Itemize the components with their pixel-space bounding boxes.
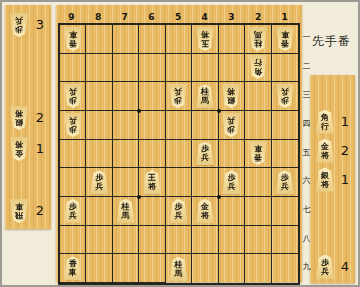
board-cell-1五[interactable] <box>272 140 298 169</box>
rank-label: 三 <box>302 80 311 109</box>
board-cell-1二[interactable] <box>272 54 298 83</box>
shogi-piece-gote[interactable]: 角行 <box>248 55 268 79</box>
board-cell-1九[interactable] <box>272 254 298 283</box>
shogi-piece-gote[interactable]: 金将 <box>9 137 29 161</box>
board-cell-3一[interactable] <box>219 25 245 54</box>
shogi-piece-sente[interactable]: 王将 <box>142 170 162 194</box>
shogi-piece-gote[interactable]: 香車 <box>275 27 295 51</box>
board-cell-8四[interactable] <box>86 111 112 140</box>
file-label: 1 <box>271 11 298 23</box>
sente-hand-slot[interactable]: 銀将1 <box>310 165 355 194</box>
gote-hand-slot <box>5 164 51 195</box>
board-cell-7四[interactable] <box>113 111 139 140</box>
board-cell-7九[interactable] <box>113 254 139 283</box>
file-label: 9 <box>58 11 85 23</box>
board-cell-9四[interactable]: 歩兵 <box>60 111 86 140</box>
piece-kanji: 行 <box>254 58 262 67</box>
board-cell-9三[interactable]: 歩兵 <box>60 82 86 111</box>
board-cell-4八[interactable] <box>192 226 218 255</box>
board-cell-2七[interactable] <box>245 197 271 226</box>
file-labels: 987654321 <box>58 11 298 23</box>
board-cell-3九[interactable] <box>219 254 245 283</box>
board-cell-2四[interactable] <box>245 111 271 140</box>
board-cell-2一[interactable]: 桂馬 <box>245 25 271 54</box>
board-grid: 香車玉将桂馬香車角行歩兵歩兵桂馬銀将歩兵歩兵歩兵歩兵香車歩兵王将歩兵歩兵歩兵桂馬… <box>58 23 300 285</box>
board-cell-6三[interactable] <box>139 82 165 111</box>
piece-kanji: 将 <box>15 140 23 149</box>
gote-hand-slot[interactable]: 金将1 <box>5 133 51 164</box>
file-label: 4 <box>191 11 218 23</box>
board-cell-2二[interactable]: 角行 <box>245 54 271 83</box>
rank-label: 九 <box>302 252 311 281</box>
shogi-piece-sente[interactable]: 銀将 <box>315 168 335 192</box>
board-cell-1六[interactable]: 歩兵 <box>272 168 298 197</box>
board-cell-9九[interactable]: 香車 <box>60 254 86 283</box>
piece-kanji: 歩 <box>281 96 289 105</box>
shogi-piece-sente[interactable]: 歩兵 <box>168 199 188 223</box>
board-cell-7三[interactable] <box>113 82 139 111</box>
piece-kanji: 馬 <box>122 211 130 220</box>
board-cell-4六[interactable] <box>192 168 218 197</box>
file-label: 8 <box>85 11 112 23</box>
board-cell-1一[interactable]: 香車 <box>272 25 298 54</box>
shogi-piece-sente[interactable]: 歩兵 <box>315 255 335 279</box>
piece-kanji: 兵 <box>227 116 235 125</box>
board-cell-8二[interactable] <box>86 54 112 83</box>
board-cell-5四[interactable] <box>166 111 192 140</box>
piece-kanji: 銀 <box>227 96 235 105</box>
shogi-piece-gote[interactable]: 歩兵 <box>221 113 241 137</box>
piece-kanji: 車 <box>15 202 23 211</box>
piece-kanji: 兵 <box>174 211 182 220</box>
board-cell-8九[interactable] <box>86 254 112 283</box>
board-cell-5九[interactable]: 桂馬 <box>166 254 192 283</box>
board-cell-9七[interactable]: 歩兵 <box>60 197 86 226</box>
piece-kanji: 歩 <box>69 125 77 134</box>
board-cell-7六[interactable] <box>113 168 139 197</box>
board-cell-3八[interactable] <box>219 226 245 255</box>
board-cell-5六[interactable] <box>166 168 192 197</box>
shogi-piece-gote[interactable]: 歩兵 <box>63 113 83 137</box>
rank-label: 八 <box>302 224 311 253</box>
board-cell-2六[interactable] <box>245 168 271 197</box>
board-cell-4九[interactable] <box>192 254 218 283</box>
piece-kanji: 兵 <box>281 182 289 191</box>
piece-kanji: 車 <box>69 268 77 277</box>
piece-kanji: 将 <box>227 87 235 96</box>
piece-kanji: 歩 <box>69 96 77 105</box>
board-cell-6七[interactable] <box>139 197 165 226</box>
piece-kanji: 兵 <box>95 182 103 191</box>
board-cell-8六[interactable]: 歩兵 <box>86 168 112 197</box>
shogi-piece-sente[interactable]: 香車 <box>63 256 83 280</box>
board-cell-3六[interactable]: 歩兵 <box>219 168 245 197</box>
piece-kanji: 香 <box>69 39 77 48</box>
board-cell-4四[interactable] <box>192 111 218 140</box>
piece-kanji: 香 <box>281 39 289 48</box>
board-cell-5三[interactable]: 歩兵 <box>166 82 192 111</box>
board-cell-4三[interactable]: 桂馬 <box>192 82 218 111</box>
board-cell-9二[interactable] <box>60 54 86 83</box>
hoshi-dot <box>137 109 141 113</box>
piece-kanji: 歩 <box>227 125 235 134</box>
piece-kanji: 兵 <box>227 182 235 191</box>
board-cell-5五[interactable] <box>166 140 192 169</box>
sente-hand-slot[interactable]: 角行1 <box>310 107 355 136</box>
board-cell-6二[interactable] <box>139 54 165 83</box>
board-cell-1三[interactable]: 歩兵 <box>272 82 298 111</box>
board-cell-8一[interactable] <box>86 25 112 54</box>
piece-kanji: 兵 <box>15 16 23 25</box>
file-label: 7 <box>111 11 138 23</box>
board-cell-3七[interactable] <box>219 197 245 226</box>
captured-count: 1 <box>335 114 355 129</box>
board-cell-8五[interactable] <box>86 140 112 169</box>
board-cell-9一[interactable]: 香車 <box>60 25 86 54</box>
shogi-piece-gote[interactable]: 歩兵 <box>63 84 83 108</box>
piece-kanji: 車 <box>69 30 77 39</box>
file-label: 2 <box>245 11 272 23</box>
piece-kanji: 将 <box>321 151 329 160</box>
shogi-piece-sente[interactable]: 金将 <box>195 199 215 223</box>
shogi-piece-gote[interactable]: 飛車 <box>9 199 29 223</box>
shogi-piece-gote[interactable]: 香車 <box>248 141 268 165</box>
board-cell-9五[interactable] <box>60 140 86 169</box>
piece-kanji: 行 <box>321 122 329 131</box>
board-cell-4一[interactable]: 玉将 <box>192 25 218 54</box>
board-cell-6四[interactable] <box>139 111 165 140</box>
sente-captured-stand: 角行1金将2銀将1歩兵4 <box>310 75 355 283</box>
board-cell-6一[interactable] <box>139 25 165 54</box>
piece-kanji: 兵 <box>201 153 209 162</box>
shogi-piece-gote[interactable]: 香車 <box>63 27 83 51</box>
rank-label: 七 <box>302 195 311 224</box>
board-cell-3四[interactable]: 歩兵 <box>219 111 245 140</box>
captured-count: 2 <box>29 110 51 125</box>
board-cell-6八[interactable] <box>139 226 165 255</box>
piece-kanji: 玉 <box>201 39 209 48</box>
board-cell-9八[interactable] <box>60 226 86 255</box>
board-cell-5二[interactable] <box>166 54 192 83</box>
board-cell-3五[interactable] <box>219 140 245 169</box>
file-label: 6 <box>138 11 165 23</box>
board-cell-7八[interactable] <box>113 226 139 255</box>
captured-count: 3 <box>29 17 51 32</box>
board-cell-1七[interactable] <box>272 197 298 226</box>
piece-kanji: 馬 <box>201 96 209 105</box>
captured-count: 2 <box>335 143 355 158</box>
piece-kanji: 兵 <box>69 211 77 220</box>
rank-label: 一 <box>302 23 311 52</box>
board-cell-3三[interactable]: 銀将 <box>219 82 245 111</box>
board-cell-5八[interactable] <box>166 226 192 255</box>
shogi-piece-sente[interactable]: 桂馬 <box>116 199 136 223</box>
captured-count: 4 <box>335 259 355 274</box>
board-cell-6五[interactable] <box>139 140 165 169</box>
rank-labels: 一二三四五六七八九 <box>302 23 311 281</box>
captured-count: 2 <box>29 203 51 218</box>
piece-kanji: 馬 <box>254 30 262 39</box>
shogi-piece-sente[interactable]: 金将 <box>315 139 335 163</box>
gote-hand-slot <box>5 71 51 102</box>
board-cell-7一[interactable] <box>113 25 139 54</box>
piece-kanji: 車 <box>281 30 289 39</box>
board-cell-2九[interactable] <box>245 254 271 283</box>
rank-label: 四 <box>302 109 311 138</box>
hoshi-dot <box>137 195 141 199</box>
piece-kanji: 兵 <box>321 267 329 276</box>
piece-kanji: 将 <box>321 180 329 189</box>
board-cell-2五[interactable]: 香車 <box>245 140 271 169</box>
gote-hand-slot[interactable]: 銀将2 <box>5 102 51 133</box>
shogi-piece-sente[interactable]: 桂馬 <box>195 84 215 108</box>
shogi-piece-gote[interactable]: 銀将 <box>221 84 241 108</box>
shogi-piece-sente[interactable]: 歩兵 <box>275 170 295 194</box>
piece-kanji: 兵 <box>174 87 182 96</box>
board-cell-2八[interactable] <box>245 226 271 255</box>
captured-count: 1 <box>29 141 51 156</box>
gote-hand-slot[interactable]: 飛車2 <box>5 195 51 226</box>
captured-count: 1 <box>335 172 355 187</box>
board-cell-2三[interactable] <box>245 82 271 111</box>
hoshi-dot <box>217 195 221 199</box>
shogi-piece-sente[interactable]: 歩兵 <box>89 170 109 194</box>
board-cell-7七[interactable]: 桂馬 <box>113 197 139 226</box>
sente-hand-slot[interactable]: 金将2 <box>310 136 355 165</box>
board-cell-6九[interactable] <box>139 254 165 283</box>
board-cell-8八[interactable] <box>86 226 112 255</box>
file-label: 5 <box>165 11 192 23</box>
piece-kanji: 将 <box>201 211 209 220</box>
rank-label: 二 <box>302 52 311 81</box>
board-cell-9六[interactable] <box>60 168 86 197</box>
shogi-piece-gote[interactable]: 歩兵 <box>168 84 188 108</box>
gote-hand-slot[interactable]: 歩兵3 <box>5 9 51 40</box>
piece-kanji: 角 <box>254 67 262 76</box>
file-label: 3 <box>218 11 245 23</box>
piece-kanji: 将 <box>201 30 209 39</box>
gote-hand-slot <box>5 40 51 71</box>
rank-label: 五 <box>302 138 311 167</box>
board-cell-3二[interactable] <box>219 54 245 83</box>
board-cell-1四[interactable] <box>272 111 298 140</box>
piece-kanji: 馬 <box>174 269 182 278</box>
shogi-piece-gote[interactable]: 玉将 <box>195 27 215 51</box>
board-cell-4七[interactable]: 金将 <box>192 197 218 226</box>
board-cell-4二[interactable] <box>192 54 218 83</box>
shogi-piece-gote[interactable]: 銀将 <box>9 106 29 130</box>
sente-hand-slot <box>310 194 355 223</box>
piece-kanji: 将 <box>148 182 156 191</box>
piece-kanji: 将 <box>15 109 23 118</box>
piece-kanji: 兵 <box>281 87 289 96</box>
piece-kanji: 桂 <box>254 39 262 48</box>
board-cell-6六[interactable]: 王将 <box>139 168 165 197</box>
board-cell-5一[interactable] <box>166 25 192 54</box>
board-cell-8七[interactable] <box>86 197 112 226</box>
board-cell-5七[interactable]: 歩兵 <box>166 197 192 226</box>
hoshi-dot <box>217 109 221 113</box>
gote-captured-stand: 歩兵3銀将2金将1飛車2 <box>5 5 51 229</box>
sente-hand-slot[interactable]: 歩兵4 <box>310 252 355 281</box>
sente-hand-slot <box>310 78 355 107</box>
shogi-piece-sente[interactable]: 歩兵 <box>195 141 215 165</box>
shogi-piece-gote[interactable]: 歩兵 <box>275 84 295 108</box>
shogi-piece-gote[interactable]: 桂馬 <box>248 27 268 51</box>
piece-kanji: 兵 <box>69 87 77 96</box>
shogi-piece-gote[interactable]: 歩兵 <box>9 13 29 37</box>
board-cell-8三[interactable] <box>86 82 112 111</box>
sente-hand-slot <box>310 223 355 252</box>
piece-kanji: 歩 <box>174 96 182 105</box>
turn-indicator: 先手番 <box>312 33 351 50</box>
piece-kanji: 兵 <box>69 116 77 125</box>
board-cell-7五[interactable] <box>113 140 139 169</box>
rank-label: 六 <box>302 166 311 195</box>
board-cell-1八[interactable] <box>272 226 298 255</box>
piece-kanji: 香 <box>254 153 262 162</box>
board-cell-4五[interactable]: 歩兵 <box>192 140 218 169</box>
shogi-piece-sente[interactable]: 歩兵 <box>63 199 83 223</box>
piece-kanji: 車 <box>254 144 262 153</box>
shogi-piece-sente[interactable]: 角行 <box>315 110 335 134</box>
shogi-piece-sente[interactable]: 歩兵 <box>221 170 241 194</box>
shogi-piece-sente[interactable]: 桂馬 <box>168 257 188 281</box>
board-cell-7二[interactable] <box>113 54 139 83</box>
shogi-board: 987654321 香車玉将桂馬香車角行歩兵歩兵桂馬銀将歩兵歩兵歩兵歩兵香車歩兵… <box>56 5 302 282</box>
